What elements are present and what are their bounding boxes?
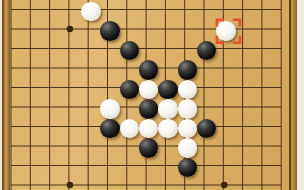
goban[interactable] <box>0 0 304 190</box>
last-move-marker <box>0 0 304 190</box>
game-screenshot <box>0 0 304 190</box>
